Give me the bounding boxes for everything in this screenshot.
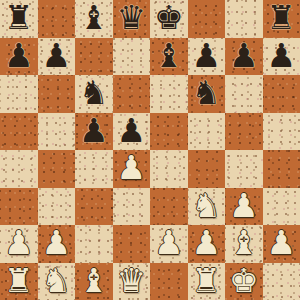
square-f7[interactable]: ♟	[188, 38, 226, 76]
square-g6[interactable]	[225, 75, 263, 113]
square-b8[interactable]	[38, 0, 76, 38]
square-h1[interactable]	[263, 263, 301, 300]
square-b1[interactable]: ♞	[38, 263, 76, 300]
square-b6[interactable]	[38, 75, 76, 113]
white-pawn-piece[interactable]: ♟	[154, 226, 184, 259]
black-king-piece[interactable]: ♚	[154, 1, 184, 34]
black-bishop-piece[interactable]: ♝	[79, 1, 109, 34]
black-rook-piece[interactable]: ♜	[266, 1, 296, 34]
square-d8[interactable]: ♛	[113, 0, 151, 38]
white-bishop-piece[interactable]: ♝	[79, 264, 109, 297]
square-h4[interactable]	[263, 150, 301, 188]
square-d3[interactable]	[113, 188, 151, 226]
square-h5[interactable]	[263, 113, 301, 151]
square-e7[interactable]: ♝	[150, 38, 188, 76]
black-pawn-piece[interactable]: ♟	[4, 39, 34, 72]
white-rook-piece[interactable]: ♜	[191, 264, 221, 297]
black-knight-piece[interactable]: ♞	[191, 76, 221, 109]
square-a2[interactable]: ♟	[0, 225, 38, 263]
square-h3[interactable]	[263, 188, 301, 226]
square-a6[interactable]	[0, 75, 38, 113]
square-h2[interactable]: ♟	[263, 225, 301, 263]
square-c8[interactable]: ♝	[75, 0, 113, 38]
white-knight-piece[interactable]: ♞	[191, 189, 221, 222]
square-c6[interactable]: ♞	[75, 75, 113, 113]
white-pawn-piece[interactable]: ♟	[266, 226, 296, 259]
black-pawn-piece[interactable]: ♟	[191, 39, 221, 72]
square-a7[interactable]: ♟	[0, 38, 38, 76]
square-c5[interactable]: ♟	[75, 113, 113, 151]
white-rook-piece[interactable]: ♜	[4, 264, 34, 297]
square-f3[interactable]: ♞	[188, 188, 226, 226]
white-pawn-piece[interactable]: ♟	[41, 226, 71, 259]
square-c4[interactable]	[75, 150, 113, 188]
square-f2[interactable]: ♟	[188, 225, 226, 263]
square-f1[interactable]: ♜	[188, 263, 226, 300]
square-e6[interactable]	[150, 75, 188, 113]
square-f8[interactable]	[188, 0, 226, 38]
square-d6[interactable]	[113, 75, 151, 113]
square-g4[interactable]	[225, 150, 263, 188]
square-h8[interactable]: ♜	[263, 0, 301, 38]
square-d1[interactable]: ♛	[113, 263, 151, 300]
square-e3[interactable]	[150, 188, 188, 226]
square-g3[interactable]: ♟	[225, 188, 263, 226]
square-e5[interactable]	[150, 113, 188, 151]
square-h6[interactable]	[263, 75, 301, 113]
square-b3[interactable]	[38, 188, 76, 226]
square-a3[interactable]	[0, 188, 38, 226]
black-bishop-piece[interactable]: ♝	[154, 39, 184, 72]
black-pawn-piece[interactable]: ♟	[41, 39, 71, 72]
white-queen-piece[interactable]: ♛	[116, 264, 146, 297]
square-e2[interactable]: ♟	[150, 225, 188, 263]
square-b2[interactable]: ♟	[38, 225, 76, 263]
white-bishop-piece[interactable]: ♝	[229, 226, 259, 259]
square-b5[interactable]	[38, 113, 76, 151]
square-e8[interactable]: ♚	[150, 0, 188, 38]
square-a8[interactable]: ♜	[0, 0, 38, 38]
square-e1[interactable]	[150, 263, 188, 300]
square-g2[interactable]: ♝	[225, 225, 263, 263]
white-pawn-piece[interactable]: ♟	[191, 226, 221, 259]
chess-app: ♜♝♛♚♜♟♟♝♟♟♟♞♞♟♟♟♞♟♟♟♟♟♝♟♜♞♝♛♜♚	[0, 0, 300, 300]
square-g7[interactable]: ♟	[225, 38, 263, 76]
square-d4[interactable]: ♟	[113, 150, 151, 188]
square-a1[interactable]: ♜	[0, 263, 38, 300]
square-g8[interactable]	[225, 0, 263, 38]
square-c2[interactable]	[75, 225, 113, 263]
square-c1[interactable]: ♝	[75, 263, 113, 300]
square-a4[interactable]	[0, 150, 38, 188]
square-d2[interactable]	[113, 225, 151, 263]
chess-board: ♜♝♛♚♜♟♟♝♟♟♟♞♞♟♟♟♞♟♟♟♟♟♝♟♜♞♝♛♜♚	[0, 0, 300, 300]
black-rook-piece[interactable]: ♜	[4, 1, 34, 34]
square-g1[interactable]: ♚	[225, 263, 263, 300]
square-f4[interactable]	[188, 150, 226, 188]
white-pawn-piece[interactable]: ♟	[4, 226, 34, 259]
square-d5[interactable]: ♟	[113, 113, 151, 151]
square-g5[interactable]	[225, 113, 263, 151]
white-king-piece[interactable]: ♚	[229, 264, 259, 297]
square-c7[interactable]	[75, 38, 113, 76]
square-f6[interactable]: ♞	[188, 75, 226, 113]
black-pawn-piece[interactable]: ♟	[79, 114, 109, 147]
square-f5[interactable]	[188, 113, 226, 151]
black-pawn-piece[interactable]: ♟	[266, 39, 296, 72]
black-queen-piece[interactable]: ♛	[116, 1, 146, 34]
black-knight-piece[interactable]: ♞	[79, 76, 109, 109]
square-h7[interactable]: ♟	[263, 38, 301, 76]
white-knight-piece[interactable]: ♞	[41, 264, 71, 297]
black-pawn-piece[interactable]: ♟	[116, 114, 146, 147]
square-b4[interactable]	[38, 150, 76, 188]
square-a5[interactable]	[0, 113, 38, 151]
square-b7[interactable]: ♟	[38, 38, 76, 76]
square-e4[interactable]	[150, 150, 188, 188]
black-pawn-piece[interactable]: ♟	[229, 39, 259, 72]
white-pawn-piece[interactable]: ♟	[229, 189, 259, 222]
square-d7[interactable]	[113, 38, 151, 76]
square-c3[interactable]	[75, 188, 113, 226]
white-pawn-piece[interactable]: ♟	[116, 151, 146, 184]
